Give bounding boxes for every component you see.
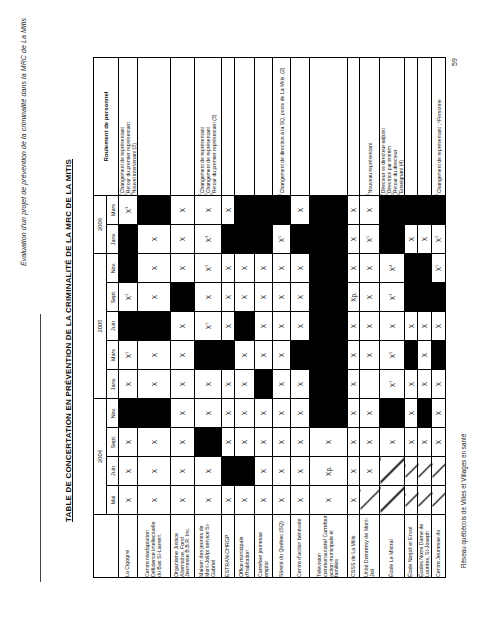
grid-cell: X	[222, 428, 235, 457]
grid-cell: X	[273, 253, 291, 282]
table-row: Carrefour jeunesse emploiXXXXXXXX	[255, 57, 273, 577]
grid-cell: X	[235, 486, 255, 515]
grid-cell	[405, 195, 418, 224]
grid-cell	[360, 486, 380, 515]
org-name: Centre réadaptation Déficience intellect…	[138, 515, 171, 578]
grid-cell	[255, 195, 273, 224]
org-name: Office municipale d'habitation	[235, 515, 255, 578]
grid-cell: X	[222, 253, 235, 282]
grid-cell: X	[291, 195, 310, 224]
org-column-header	[94, 515, 119, 578]
month-header: Janv.	[107, 369, 119, 398]
grid-cell	[432, 195, 446, 224]
grid-cell: X	[418, 428, 432, 457]
grid-cell: X	[138, 428, 171, 457]
grid-cell	[291, 340, 310, 369]
grid-cell: X	[360, 457, 380, 486]
grid-cell: X	[171, 340, 195, 369]
grid-cell: X1	[432, 253, 446, 282]
grid-cell	[380, 457, 405, 486]
grid-cell	[380, 486, 405, 515]
grid-cell	[291, 224, 310, 253]
grid-cell: X	[273, 486, 291, 515]
note-cell	[235, 57, 255, 195]
grid-cell: X1	[195, 311, 222, 340]
grid-cell	[405, 340, 418, 369]
grid-cell: X	[291, 486, 310, 515]
grid-cell: X	[138, 486, 171, 515]
grid-cell: X	[418, 224, 432, 253]
grid-cell: X	[432, 311, 446, 340]
grid-cell: X	[171, 224, 195, 253]
grid-cell: X2	[432, 224, 446, 253]
note-cell	[348, 57, 360, 195]
grid-cell: X	[291, 428, 310, 457]
grid-cell	[405, 282, 418, 311]
grid-cell: X	[405, 428, 418, 457]
grid-cell: X	[235, 282, 255, 311]
grid-cell	[418, 253, 432, 282]
grid-cell	[195, 428, 222, 457]
org-name: Unité Domrémy de Mont-Joli	[360, 515, 380, 578]
grid-cell	[432, 457, 446, 486]
grid-cell: X	[291, 311, 310, 340]
grid-cell: X	[235, 428, 255, 457]
grid-cell: X	[348, 253, 360, 282]
grid-cell: X	[171, 195, 195, 224]
grid-cell	[405, 486, 418, 515]
grid-cell: X	[310, 428, 348, 457]
grid-cell	[405, 457, 418, 486]
grid-cell: X	[171, 486, 195, 515]
month-header: Mai	[107, 486, 119, 515]
grid-cell	[222, 340, 235, 369]
grid-cell: X	[222, 311, 235, 340]
month-header: Mars	[107, 340, 119, 369]
grid-cell: X	[348, 340, 360, 369]
grid-cell: X	[222, 398, 235, 427]
grid-cell: X	[360, 253, 380, 282]
grid-cell	[310, 282, 348, 311]
grid-cell: X1	[119, 340, 138, 369]
grid-cell: X	[273, 398, 291, 427]
grid-cell: X	[195, 195, 222, 224]
grid-cell: X	[138, 457, 171, 486]
grid-cell: X	[405, 369, 418, 398]
grid-cell	[195, 340, 222, 369]
grid-cell: X	[255, 282, 273, 311]
grid-cell: X1	[380, 369, 405, 398]
grid-cell: X	[348, 398, 360, 427]
grid-cell	[222, 224, 235, 253]
grid-cell: X	[138, 282, 171, 311]
grid-cell: X	[273, 428, 291, 457]
month-header: Janv.	[107, 224, 119, 253]
grid-cell: X	[138, 369, 171, 398]
table-row: Maison des jeunes de Mont-Joli/pt servic…	[195, 57, 222, 577]
grid-cell	[255, 369, 273, 398]
org-name: École Le Mistral	[380, 515, 405, 578]
grid-cell: X	[222, 282, 235, 311]
grid-cell: X	[235, 398, 255, 427]
grid-cell: X	[235, 340, 255, 369]
month-header: Juin	[107, 457, 119, 486]
grid-cell: X	[291, 253, 310, 282]
grid-cell	[405, 253, 418, 282]
grid-cell: X	[291, 457, 310, 486]
grid-cell	[310, 369, 348, 398]
grid-cell: X	[418, 340, 432, 369]
rotated-landscape-sheet: Évaluation d'un projet de prévention de …	[0, 0, 495, 640]
grid-cell	[273, 195, 291, 224]
grid-cell: X	[405, 398, 418, 427]
grid-cell: X	[255, 398, 273, 427]
grid-cell: X	[405, 224, 418, 253]
grid-cell	[310, 253, 348, 282]
grid-cell	[310, 195, 348, 224]
grid-cell: X	[119, 457, 138, 486]
grid-cell: X2	[380, 340, 405, 369]
grid-cell: X	[171, 457, 195, 486]
table-row: ESTRAN-CHRGPXXXXXXXX	[222, 57, 235, 577]
grid-cell: X	[418, 369, 432, 398]
month-header: Mars	[107, 195, 119, 224]
grid-cell: X	[360, 311, 380, 340]
org-name: Carrefour jeunesse emploi	[255, 515, 273, 578]
grid-cell: X	[171, 253, 195, 282]
month-header: Nov.	[107, 398, 119, 427]
grid-cell	[418, 486, 432, 515]
grid-cell: X	[432, 369, 446, 398]
grid-cell: X	[171, 428, 195, 457]
note-cell	[405, 57, 418, 195]
grid-cell	[380, 224, 405, 253]
note-cell: 1Changement de représentant2Retour du pr…	[119, 57, 138, 195]
table-row: Centre réadaptation Déficience intellect…	[138, 57, 171, 577]
grid-cell: X	[222, 195, 235, 224]
grid-cell: X	[195, 369, 222, 398]
note-cell: 1Changement de représentant2Changement d…	[195, 57, 222, 195]
grid-cell: X	[119, 428, 138, 457]
grid-cell: X	[255, 311, 273, 340]
grid-cell: X	[195, 457, 222, 486]
grid-cell: X	[348, 224, 360, 253]
page-number: 59	[451, 58, 458, 66]
note-cell: 1Nouveau représentant	[360, 57, 380, 195]
grid-cell	[255, 224, 273, 253]
grid-cell: X	[291, 398, 310, 427]
grid-cell: X	[360, 398, 380, 427]
scanned-page: Évaluation d'un projet de prévention de …	[0, 0, 495, 640]
table-row: Office municipale d'habitationXXXXXXX	[235, 57, 255, 577]
grid-cell	[418, 195, 432, 224]
grid-cell: X	[432, 428, 446, 457]
note-cell	[171, 57, 195, 195]
grid-cell: X	[235, 253, 255, 282]
table-row: Centre d'action bénévoleXXXXXXXXX	[291, 57, 310, 577]
grid-cell	[235, 457, 255, 486]
running-header: Évaluation d'un projet de prévention de …	[20, 18, 27, 266]
grid-cell: X	[380, 311, 405, 340]
grid-cell: X	[360, 340, 380, 369]
grid-cell: X2	[195, 253, 222, 282]
grid-cell: X	[360, 428, 380, 457]
grid-cell: X4	[380, 253, 405, 282]
grid-cell: X	[348, 195, 360, 224]
grid-cell: X	[273, 457, 291, 486]
grid-cell	[380, 195, 405, 224]
grid-cell: X	[348, 311, 360, 340]
grid-cell: X	[195, 398, 222, 427]
year-header: 2004	[94, 398, 107, 514]
grid-cell: X	[195, 282, 222, 311]
table-footnote: Réseau québécois de Villes et Villages e…	[460, 434, 467, 568]
grid-cell: X	[291, 282, 310, 311]
grid-cell: X	[432, 398, 446, 427]
grid-cell	[235, 311, 255, 340]
grid-cell: X	[235, 369, 255, 398]
roulement-header: Roulement de personnel	[94, 57, 119, 195]
grid-cell: X	[195, 486, 222, 515]
org-name: Écoles Notre Dame de Lourdes, St-Joseph	[418, 515, 432, 578]
month-header: Sept.	[107, 428, 119, 457]
grid-cell: X	[360, 195, 380, 224]
grid-cell: X	[255, 428, 273, 457]
note-cell	[418, 57, 432, 195]
grid-cell: X	[348, 369, 360, 398]
grid-cell: X	[310, 486, 348, 515]
grid-cell	[119, 224, 138, 253]
table-row: Sûreté du Québec (SQ)XXXXXXXXXX11Changem…	[273, 57, 291, 577]
grid-cell: X3	[195, 224, 222, 253]
grid-cell	[222, 457, 235, 486]
grid-cell: X	[119, 486, 138, 515]
grid-cell: X	[291, 369, 310, 398]
org-name: La Cigogne	[119, 515, 138, 578]
grid-cell	[432, 486, 446, 515]
grid-cell	[432, 282, 446, 311]
note-cell	[222, 57, 235, 195]
note-cell: 1Directeur vs directeur-adjoint2Directri…	[380, 57, 405, 195]
table-row: Télévision communautaire/ Carrefour acti…	[310, 57, 348, 577]
table-row: La CigogneXXXXX1X2X31Changement de repré…	[119, 57, 138, 577]
grid-cell: X	[222, 486, 235, 515]
grid-cell: X	[255, 486, 273, 515]
table-row: CSSS de La MitisXXXXXXXXp.XXX	[348, 57, 360, 577]
grid-cell	[418, 457, 432, 486]
grid-cell	[138, 311, 171, 340]
grid-cell	[235, 195, 255, 224]
year-header: 2005	[94, 253, 107, 398]
grid-cell: X	[405, 311, 418, 340]
grid-cell: X	[273, 282, 291, 311]
grid-cell	[432, 340, 446, 369]
grid-cell: Xp.	[310, 457, 348, 486]
grid-cell	[418, 398, 432, 427]
month-header: Juin	[107, 311, 119, 340]
org-name: École Norjoli et Envol	[405, 515, 418, 578]
table-row: Écoles Notre Dame de Lourdes, St-JosephX…	[418, 57, 432, 577]
grid-cell: X	[360, 282, 380, 311]
grid-cell: X	[138, 340, 171, 369]
grid-cell	[310, 398, 348, 427]
org-name: Centre d'action bénévole	[291, 515, 310, 578]
table-row: École Norjoli et EnvolXXXXX	[405, 57, 418, 577]
month-header: Nov.	[107, 253, 119, 282]
grid-cell	[418, 282, 432, 311]
month-header: Sept.	[107, 282, 119, 311]
grid-cell: X1	[360, 224, 380, 253]
grid-cell	[310, 340, 348, 369]
grid-cell	[310, 311, 348, 340]
grid-cell: X	[255, 253, 273, 282]
table-row: Unité Domrémy de Mont-JoliXXXXXXXX1X1Nou…	[360, 57, 380, 577]
grid-cell	[171, 282, 195, 311]
grid-cell: X3	[380, 282, 405, 311]
org-name: ESTRAN-CHRGP	[222, 515, 235, 578]
org-name: CSSS de La Mitis	[348, 515, 360, 578]
grid-cell	[119, 311, 138, 340]
grid-cell: X	[138, 224, 171, 253]
grid-cell	[380, 398, 405, 427]
grid-cell	[138, 195, 171, 224]
note-cell: 1Changement de représentant ; ²Personne	[432, 57, 446, 195]
table-row: Centre Jeunesse duXXXXX1X21Changement de…	[432, 57, 446, 577]
table-row: Organisme Justice Alternative. Fond Jeun…	[171, 57, 195, 577]
note-cell	[310, 57, 348, 195]
note-cell	[291, 57, 310, 195]
grid-cell: X	[255, 340, 273, 369]
note-cell	[255, 57, 273, 195]
grid-cell: X	[418, 311, 432, 340]
org-name: Sûreté du Québec (SQ)	[273, 515, 291, 578]
grid-cell: X	[171, 369, 195, 398]
note-cell	[138, 57, 171, 195]
grid-cell: X	[348, 428, 360, 457]
concertation-table: 200420052006Roulement de personnelMaiJui…	[93, 57, 446, 578]
grid-cell	[235, 224, 255, 253]
grid-cell: X	[255, 457, 273, 486]
org-name: Organisme Justice Alternative. Fond Jeun…	[171, 515, 195, 578]
grid-cell: X	[138, 253, 171, 282]
grid-cell: X	[348, 486, 360, 515]
org-name: Maison des jeunes de Mont-Joli/pt servic…	[195, 515, 222, 578]
table-title: TABLE DE CONCERTATION EN PRÉVENTION DE L…	[64, 178, 73, 522]
grid-cell: X3	[119, 195, 138, 224]
grid-cell: X	[273, 340, 291, 369]
grid-cell: X1	[273, 224, 291, 253]
grid-cell	[119, 398, 138, 427]
grid-cell: X	[119, 369, 138, 398]
year-header: 2006	[94, 195, 107, 253]
grid-cell	[119, 253, 138, 282]
org-name: Télévision communautaire/ Carrefour acti…	[310, 515, 348, 578]
grid-cell	[138, 398, 171, 427]
grid-cell	[360, 369, 380, 398]
table-row: École Le MistralXX1X2XX3X41Directeur vs …	[380, 57, 405, 577]
grid-cell: X2	[119, 282, 138, 311]
grid-cell: X	[171, 398, 195, 427]
grid-cell	[310, 224, 348, 253]
org-name: Centre Jeunesse du	[432, 515, 446, 578]
header-rule	[40, 314, 41, 582]
grid-cell: X	[273, 311, 291, 340]
grid-cell: Xp.	[348, 282, 360, 311]
note-cell: 1Changement de direction à la SQ, poste …	[273, 57, 291, 195]
grid-cell: X	[273, 369, 291, 398]
grid-cell: X	[348, 457, 360, 486]
grid-cell: X	[222, 369, 235, 398]
grid-cell: X	[380, 428, 405, 457]
grid-cell: X	[171, 311, 195, 340]
